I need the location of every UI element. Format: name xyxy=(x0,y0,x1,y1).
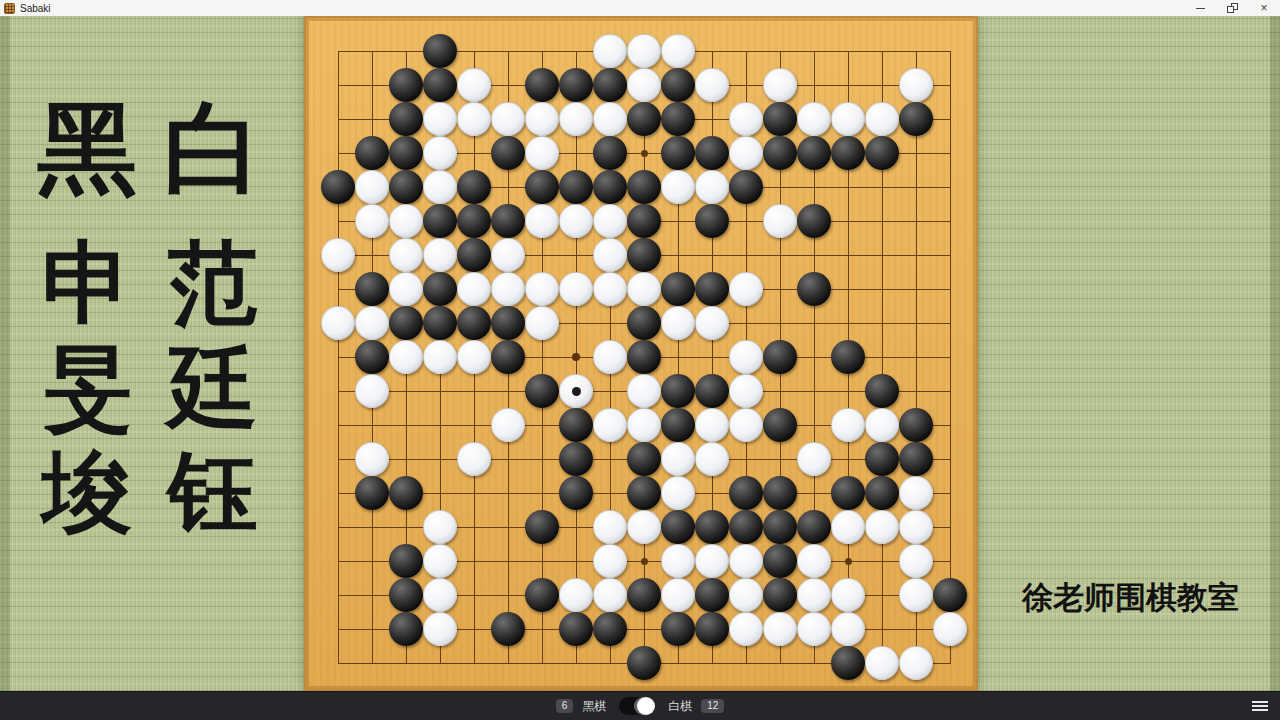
player-toggle[interactable] xyxy=(619,697,655,715)
stone-black[interactable] xyxy=(559,408,593,442)
stone-white[interactable] xyxy=(423,578,457,612)
hamburger-menu-button[interactable] xyxy=(1250,691,1270,720)
stone-black[interactable] xyxy=(865,136,899,170)
classroom-banner: 徐老师围棋教室 xyxy=(1022,577,1239,619)
stone-black[interactable] xyxy=(559,170,593,204)
stone-white[interactable] xyxy=(797,102,831,136)
stone-black[interactable] xyxy=(729,170,763,204)
stone-black[interactable] xyxy=(423,204,457,238)
stone-black[interactable] xyxy=(355,272,389,306)
stone-white[interactable] xyxy=(695,170,729,204)
star-point xyxy=(641,558,648,565)
stone-white[interactable] xyxy=(389,238,423,272)
stone-white[interactable] xyxy=(831,612,865,646)
stone-white[interactable] xyxy=(797,544,831,578)
stone-white[interactable] xyxy=(423,238,457,272)
stone-black[interactable] xyxy=(661,102,695,136)
stone-white[interactable] xyxy=(695,68,729,102)
stone-black[interactable] xyxy=(763,544,797,578)
stone-black[interactable] xyxy=(355,476,389,510)
stone-white[interactable] xyxy=(627,272,661,306)
close-icon: × xyxy=(1260,3,1267,13)
star-point xyxy=(641,150,648,157)
stone-white[interactable] xyxy=(389,340,423,374)
white-color-label: 白 xyxy=(163,93,263,203)
stone-white[interactable] xyxy=(695,544,729,578)
stone-white[interactable] xyxy=(355,306,389,340)
stone-white[interactable] xyxy=(729,136,763,170)
stone-black[interactable] xyxy=(763,476,797,510)
stone-white[interactable] xyxy=(695,408,729,442)
stone-white[interactable] xyxy=(729,578,763,612)
stone-white[interactable] xyxy=(661,476,695,510)
stone-black[interactable] xyxy=(525,170,559,204)
stone-black[interactable] xyxy=(423,34,457,68)
stone-black[interactable] xyxy=(559,476,593,510)
stone-white[interactable] xyxy=(389,272,423,306)
stone-white[interactable] xyxy=(797,578,831,612)
stone-black[interactable] xyxy=(763,136,797,170)
stone-white[interactable] xyxy=(593,408,627,442)
stone-black[interactable] xyxy=(627,170,661,204)
stone-black[interactable] xyxy=(559,612,593,646)
stone-black[interactable] xyxy=(865,374,899,408)
stone-white[interactable] xyxy=(559,272,593,306)
stone-white[interactable] xyxy=(899,68,933,102)
stone-black[interactable] xyxy=(729,510,763,544)
stone-black[interactable] xyxy=(491,204,525,238)
stone-black[interactable] xyxy=(491,340,525,374)
stone-white[interactable] xyxy=(423,102,457,136)
stone-black[interactable] xyxy=(695,136,729,170)
stone-white[interactable] xyxy=(355,170,389,204)
restore-icon xyxy=(1227,3,1238,13)
stone-black[interactable] xyxy=(763,340,797,374)
stone-black[interactable] xyxy=(933,578,967,612)
stone-black[interactable] xyxy=(457,238,491,272)
black-name-char-2: 旻 xyxy=(42,336,132,441)
stone-white[interactable] xyxy=(593,238,627,272)
stone-white[interactable] xyxy=(525,306,559,340)
stone-white[interactable] xyxy=(593,544,627,578)
stone-black[interactable] xyxy=(627,238,661,272)
app-window: Sabaki × 黑 申 旻 埈 白 范 廷 钰 徐老师围棋教室 6 黑棋 白棋… xyxy=(0,0,1280,720)
go-board[interactable] xyxy=(304,16,978,691)
title-bar: Sabaki × xyxy=(0,0,1280,16)
stone-black[interactable] xyxy=(627,204,661,238)
stone-black[interactable] xyxy=(593,612,627,646)
stone-black[interactable] xyxy=(423,272,457,306)
stone-white[interactable] xyxy=(865,102,899,136)
stone-black[interactable] xyxy=(763,578,797,612)
stone-white[interactable] xyxy=(491,102,525,136)
stone-white[interactable] xyxy=(423,612,457,646)
stone-black[interactable] xyxy=(491,306,525,340)
stone-black[interactable] xyxy=(661,68,695,102)
black-name-char-3: 埈 xyxy=(42,441,132,546)
stone-white[interactable] xyxy=(593,34,627,68)
stone-black[interactable] xyxy=(899,442,933,476)
stone-white[interactable] xyxy=(661,578,695,612)
stone-black[interactable] xyxy=(899,408,933,442)
stone-white[interactable] xyxy=(729,102,763,136)
stone-white[interactable] xyxy=(627,34,661,68)
stone-black[interactable] xyxy=(389,136,423,170)
stone-white[interactable] xyxy=(491,272,525,306)
white-name-char-3: 钰 xyxy=(168,441,258,546)
stone-black[interactable] xyxy=(661,136,695,170)
black-color-label: 黑 xyxy=(37,93,137,203)
minimize-button[interactable] xyxy=(1184,0,1216,16)
stone-white[interactable] xyxy=(593,272,627,306)
stone-white[interactable] xyxy=(695,442,729,476)
stone-white[interactable] xyxy=(661,544,695,578)
stone-black[interactable] xyxy=(865,476,899,510)
stone-black[interactable] xyxy=(389,170,423,204)
stone-black[interactable] xyxy=(695,612,729,646)
stone-white[interactable] xyxy=(593,510,627,544)
stone-white[interactable] xyxy=(355,204,389,238)
stone-black[interactable] xyxy=(627,102,661,136)
stone-black[interactable] xyxy=(389,102,423,136)
stone-white[interactable] xyxy=(831,102,865,136)
app-title: Sabaki xyxy=(20,3,51,14)
stone-white[interactable] xyxy=(865,646,899,680)
stone-white[interactable] xyxy=(627,68,661,102)
stone-white[interactable] xyxy=(389,204,423,238)
stone-white[interactable] xyxy=(525,102,559,136)
stone-white[interactable] xyxy=(423,136,457,170)
stone-white[interactable] xyxy=(525,204,559,238)
stone-white[interactable] xyxy=(831,408,865,442)
stone-white[interactable] xyxy=(559,204,593,238)
stone-white[interactable] xyxy=(457,340,491,374)
stone-black[interactable] xyxy=(627,340,661,374)
stone-black[interactable] xyxy=(797,510,831,544)
stone-white[interactable] xyxy=(763,612,797,646)
stone-black[interactable] xyxy=(661,272,695,306)
stone-white[interactable] xyxy=(457,68,491,102)
stone-white[interactable] xyxy=(899,510,933,544)
last-move-marker xyxy=(572,387,581,396)
stone-black[interactable] xyxy=(389,476,423,510)
stone-black[interactable] xyxy=(491,612,525,646)
stone-white[interactable] xyxy=(797,612,831,646)
stone-black[interactable] xyxy=(695,374,729,408)
stone-black[interactable] xyxy=(729,476,763,510)
stone-black[interactable] xyxy=(593,136,627,170)
stone-white[interactable] xyxy=(899,578,933,612)
stone-white[interactable] xyxy=(355,374,389,408)
stone-black[interactable] xyxy=(457,170,491,204)
stone-black[interactable] xyxy=(763,102,797,136)
restore-button[interactable] xyxy=(1216,0,1248,16)
stone-white[interactable] xyxy=(321,238,355,272)
stone-black[interactable] xyxy=(831,136,865,170)
stone-white[interactable] xyxy=(525,136,559,170)
minimize-icon xyxy=(1196,8,1205,9)
stone-white[interactable] xyxy=(695,306,729,340)
stone-black[interactable] xyxy=(899,102,933,136)
white-name-char-1: 范 xyxy=(168,231,258,336)
stone-white[interactable] xyxy=(457,102,491,136)
stone-black[interactable] xyxy=(355,340,389,374)
stone-black[interactable] xyxy=(763,510,797,544)
stone-black[interactable] xyxy=(763,408,797,442)
stone-black[interactable] xyxy=(831,476,865,510)
stone-white[interactable] xyxy=(593,102,627,136)
hamburger-icon xyxy=(1252,701,1268,703)
stone-white[interactable] xyxy=(797,442,831,476)
stone-white[interactable] xyxy=(423,544,457,578)
black-side-label: 黑棋 xyxy=(582,698,606,715)
stone-black[interactable] xyxy=(627,442,661,476)
stone-black[interactable] xyxy=(695,510,729,544)
stone-black[interactable] xyxy=(661,612,695,646)
empty-point-marker xyxy=(572,353,580,361)
stone-white[interactable] xyxy=(627,408,661,442)
stone-black[interactable] xyxy=(525,578,559,612)
stone-black[interactable] xyxy=(321,170,355,204)
status-bar: 6 黑棋 白棋 12 xyxy=(0,691,1280,720)
stone-white[interactable] xyxy=(899,544,933,578)
white-name-char-2: 廷 xyxy=(168,336,258,441)
stone-black[interactable] xyxy=(593,170,627,204)
stone-black[interactable] xyxy=(423,68,457,102)
stone-white[interactable] xyxy=(355,442,389,476)
stone-white[interactable] xyxy=(729,408,763,442)
close-button[interactable]: × xyxy=(1248,0,1280,16)
stone-white[interactable] xyxy=(593,578,627,612)
stone-white[interactable] xyxy=(865,510,899,544)
stone-black[interactable] xyxy=(627,306,661,340)
stone-black[interactable] xyxy=(525,510,559,544)
window-controls: × xyxy=(1184,0,1280,16)
stone-white[interactable] xyxy=(661,442,695,476)
stone-white[interactable] xyxy=(321,306,355,340)
stone-white[interactable] xyxy=(423,170,457,204)
stone-black[interactable] xyxy=(627,646,661,680)
stone-black[interactable] xyxy=(627,578,661,612)
stone-white[interactable] xyxy=(491,408,525,442)
stone-white[interactable] xyxy=(661,306,695,340)
stone-black[interactable] xyxy=(389,612,423,646)
stone-black[interactable] xyxy=(423,306,457,340)
stone-white[interactable] xyxy=(763,68,797,102)
stone-white[interactable] xyxy=(933,612,967,646)
white-captures-badge: 12 xyxy=(701,699,724,713)
stone-black[interactable] xyxy=(559,442,593,476)
stone-white[interactable] xyxy=(423,510,457,544)
stone-black[interactable] xyxy=(695,272,729,306)
stone-black[interactable] xyxy=(389,578,423,612)
stone-black[interactable] xyxy=(661,408,695,442)
stone-white[interactable] xyxy=(525,272,559,306)
stone-white[interactable] xyxy=(423,340,457,374)
stone-white[interactable] xyxy=(729,612,763,646)
stone-white[interactable] xyxy=(559,102,593,136)
stone-white[interactable] xyxy=(661,170,695,204)
stone-white[interactable] xyxy=(627,374,661,408)
stone-black[interactable] xyxy=(831,646,865,680)
stone-black[interactable] xyxy=(797,136,831,170)
white-side-label: 白棋 xyxy=(668,698,692,715)
stone-white[interactable] xyxy=(593,340,627,374)
stone-white[interactable] xyxy=(865,408,899,442)
stone-black[interactable] xyxy=(457,306,491,340)
stone-black[interactable] xyxy=(695,578,729,612)
stone-white[interactable] xyxy=(457,442,491,476)
stone-white[interactable] xyxy=(899,476,933,510)
stone-white[interactable] xyxy=(661,34,695,68)
stone-black[interactable] xyxy=(389,544,423,578)
stone-white[interactable] xyxy=(593,204,627,238)
stone-black[interactable] xyxy=(627,476,661,510)
stone-black[interactable] xyxy=(389,306,423,340)
stone-black[interactable] xyxy=(797,204,831,238)
stone-black[interactable] xyxy=(661,510,695,544)
stone-white[interactable] xyxy=(729,272,763,306)
stone-black[interactable] xyxy=(389,68,423,102)
stone-black[interactable] xyxy=(355,136,389,170)
stone-white[interactable] xyxy=(831,578,865,612)
stone-black[interactable] xyxy=(525,374,559,408)
white-player-banner: 白 范 廷 钰 xyxy=(158,93,268,546)
stone-white[interactable] xyxy=(559,374,593,408)
stone-black[interactable] xyxy=(593,68,627,102)
stone-white[interactable] xyxy=(729,544,763,578)
app-icon xyxy=(4,3,15,14)
stone-white[interactable] xyxy=(457,272,491,306)
stone-black[interactable] xyxy=(797,272,831,306)
stone-black[interactable] xyxy=(831,340,865,374)
stone-white[interactable] xyxy=(831,510,865,544)
stone-white[interactable] xyxy=(559,578,593,612)
toggle-knob xyxy=(637,697,655,715)
stone-black[interactable] xyxy=(559,68,593,102)
stone-black[interactable] xyxy=(491,136,525,170)
stone-white[interactable] xyxy=(627,510,661,544)
stone-white[interactable] xyxy=(729,340,763,374)
stone-white[interactable] xyxy=(763,204,797,238)
star-point xyxy=(845,558,852,565)
stone-black[interactable] xyxy=(661,374,695,408)
black-player-banner: 黑 申 旻 埈 xyxy=(32,93,142,546)
stone-black[interactable] xyxy=(525,68,559,102)
stone-white[interactable] xyxy=(899,646,933,680)
black-captures-badge: 6 xyxy=(556,699,574,713)
stone-black[interactable] xyxy=(457,204,491,238)
black-name-char-1: 申 xyxy=(42,231,132,336)
stone-white[interactable] xyxy=(729,374,763,408)
stone-white[interactable] xyxy=(491,238,525,272)
stone-black[interactable] xyxy=(865,442,899,476)
stone-black[interactable] xyxy=(695,204,729,238)
